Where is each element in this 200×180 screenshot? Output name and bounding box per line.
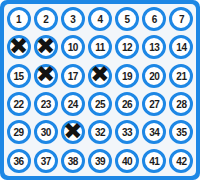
cell-number: 21	[176, 71, 186, 81]
cell-number: 42	[176, 156, 186, 166]
number-circle: 34	[142, 120, 166, 144]
number-circle: 3	[61, 7, 85, 31]
number-cell[interactable]: 24	[59, 90, 86, 118]
cell-number: 32	[95, 128, 105, 138]
number-circle: 22	[7, 92, 31, 116]
cell-number: 19	[122, 71, 132, 81]
number-cell[interactable]: 30	[32, 118, 59, 146]
number-cell[interactable]: 6	[141, 5, 168, 33]
number-cell[interactable]: 40	[114, 147, 141, 175]
cell-number: 34	[149, 128, 159, 138]
cell-number: 3	[70, 15, 75, 25]
cell-number: 33	[122, 128, 132, 138]
number-cell[interactable]: 22	[5, 90, 32, 118]
number-circle: 30	[34, 120, 58, 144]
number-circle: 8	[7, 35, 31, 59]
number-circle: 38	[61, 149, 85, 173]
number-cell[interactable]: 29	[5, 118, 32, 146]
cell-number: 14	[176, 43, 186, 53]
cell-number: 29	[14, 128, 24, 138]
number-circle: 35	[169, 120, 193, 144]
number-cell[interactable]: 41	[141, 147, 168, 175]
number-cell[interactable]: 19	[114, 62, 141, 90]
number-circle: 32	[88, 120, 112, 144]
number-cell[interactable]: 34	[141, 118, 168, 146]
number-circle: 23	[34, 92, 58, 116]
cell-number: 25	[95, 100, 105, 110]
cell-number: 35	[176, 128, 186, 138]
number-grid: 12345678✖9✖10111213141516✖1718✖192021222…	[4, 4, 196, 176]
number-circle: 36	[7, 149, 31, 173]
number-cell[interactable]: 10	[59, 33, 86, 61]
number-circle: 1	[7, 7, 31, 31]
cell-number: 30	[41, 128, 51, 138]
number-circle: 11	[88, 35, 112, 59]
cell-number: 10	[68, 43, 78, 53]
number-circle: 14	[169, 35, 193, 59]
number-circle: 25	[88, 92, 112, 116]
number-circle: 10	[61, 35, 85, 59]
number-circle: 20	[142, 64, 166, 88]
number-cell[interactable]: 2	[32, 5, 59, 33]
cell-number: 39	[95, 156, 105, 166]
cell-number: 24	[68, 100, 78, 110]
number-cell[interactable]: 15	[5, 62, 32, 90]
number-cell[interactable]: 18✖	[86, 62, 113, 90]
number-cell[interactable]: 23	[32, 90, 59, 118]
number-cell[interactable]: 27	[141, 90, 168, 118]
cell-number: 36	[14, 156, 24, 166]
cell-number: 12	[122, 43, 132, 53]
number-cell[interactable]: 31✖	[59, 118, 86, 146]
cell-number: 23	[41, 100, 51, 110]
number-circle: 28	[169, 92, 193, 116]
number-cell[interactable]: 17	[59, 62, 86, 90]
number-cell[interactable]: 33	[114, 118, 141, 146]
number-cell[interactable]: 7	[168, 5, 195, 33]
number-circle: 17	[61, 64, 85, 88]
number-circle: 6	[142, 7, 166, 31]
number-cell[interactable]: 37	[32, 147, 59, 175]
number-circle: 41	[142, 149, 166, 173]
number-circle: 5	[115, 7, 139, 31]
cell-number: 40	[122, 156, 132, 166]
number-circle: 18	[88, 64, 112, 88]
cell-number: 20	[149, 71, 159, 81]
cell-number: 2	[43, 15, 48, 25]
number-cell[interactable]: 14	[168, 33, 195, 61]
number-cell[interactable]: 28	[168, 90, 195, 118]
number-circle: 13	[142, 35, 166, 59]
number-cell[interactable]: 9✖	[32, 33, 59, 61]
number-cell[interactable]: 21	[168, 62, 195, 90]
cell-number: 26	[122, 100, 132, 110]
number-cell[interactable]: 8✖	[5, 33, 32, 61]
cell-number: 5	[125, 15, 130, 25]
number-circle: 7	[169, 7, 193, 31]
number-cell[interactable]: 5	[114, 5, 141, 33]
number-circle: 4	[88, 7, 112, 31]
number-circle: 29	[7, 120, 31, 144]
number-board: 12345678✖9✖10111213141516✖1718✖192021222…	[0, 0, 200, 180]
number-circle: 16	[34, 64, 58, 88]
number-cell[interactable]: 42	[168, 147, 195, 175]
number-circle: 19	[115, 64, 139, 88]
number-circle: 15	[7, 64, 31, 88]
number-cell[interactable]: 11	[86, 33, 113, 61]
number-cell[interactable]: 12	[114, 33, 141, 61]
number-circle: 42	[169, 149, 193, 173]
number-cell[interactable]: 39	[86, 147, 113, 175]
cell-number: 37	[41, 156, 51, 166]
number-circle: 12	[115, 35, 139, 59]
number-circle: 9	[34, 35, 58, 59]
cell-number: 28	[176, 100, 186, 110]
number-circle: 40	[115, 149, 139, 173]
cell-number: 4	[97, 15, 102, 25]
cell-number: 1	[16, 15, 21, 25]
number-circle: 39	[88, 149, 112, 173]
number-circle: 31	[61, 120, 85, 144]
cell-number: 7	[179, 15, 184, 25]
cell-number: 13	[149, 43, 159, 53]
cell-number: 41	[149, 156, 159, 166]
number-cell[interactable]: 38	[59, 147, 86, 175]
cell-number: 17	[68, 71, 78, 81]
number-circle: 33	[115, 120, 139, 144]
number-cell[interactable]: 13	[141, 33, 168, 61]
number-cell[interactable]: 26	[114, 90, 141, 118]
number-circle: 27	[142, 92, 166, 116]
number-cell[interactable]: 25	[86, 90, 113, 118]
cell-number: 22	[14, 100, 24, 110]
number-cell[interactable]: 35	[168, 118, 195, 146]
number-circle: 37	[34, 149, 58, 173]
cell-number: 27	[149, 100, 159, 110]
cell-number: 6	[152, 15, 157, 25]
number-cell[interactable]: 16✖	[32, 62, 59, 90]
cell-number: 15	[14, 71, 24, 81]
number-cell[interactable]: 20	[141, 62, 168, 90]
cell-number: 38	[68, 156, 78, 166]
number-cell[interactable]: 1	[5, 5, 32, 33]
number-cell[interactable]: 4	[86, 5, 113, 33]
number-cell[interactable]: 3	[59, 5, 86, 33]
number-circle: 24	[61, 92, 85, 116]
number-circle: 2	[34, 7, 58, 31]
number-cell[interactable]: 32	[86, 118, 113, 146]
number-circle: 21	[169, 64, 193, 88]
number-cell[interactable]: 36	[5, 147, 32, 175]
number-circle: 26	[115, 92, 139, 116]
cell-number: 11	[95, 43, 105, 53]
